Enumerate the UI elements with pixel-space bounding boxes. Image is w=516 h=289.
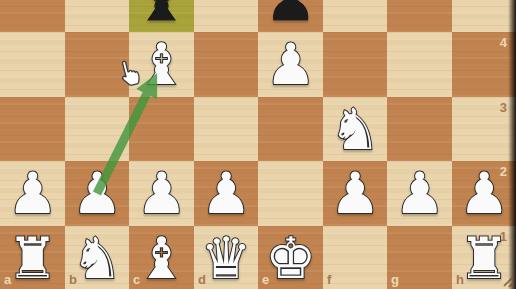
square-b2[interactable] xyxy=(65,161,129,226)
square-a2[interactable] xyxy=(0,161,65,226)
square-f3[interactable] xyxy=(323,97,387,161)
square-b5[interactable] xyxy=(65,0,129,32)
square-f4[interactable] xyxy=(323,32,387,97)
resize-handle-icon[interactable] xyxy=(501,274,515,288)
square-c3[interactable] xyxy=(129,97,194,161)
square-d3[interactable] xyxy=(194,97,258,161)
square-e1[interactable] xyxy=(258,226,323,289)
square-d1[interactable] xyxy=(194,226,258,289)
square-c1[interactable] xyxy=(129,226,194,289)
square-f5[interactable] xyxy=(323,0,387,32)
square-e2[interactable] xyxy=(258,161,323,226)
square-h4[interactable] xyxy=(452,32,516,97)
square-g5[interactable] xyxy=(387,0,452,32)
square-f1[interactable] xyxy=(323,226,387,289)
square-a4[interactable] xyxy=(0,32,65,97)
square-g1[interactable] xyxy=(387,226,452,289)
square-a1[interactable] xyxy=(0,226,65,289)
square-d4[interactable] xyxy=(194,32,258,97)
square-a3[interactable] xyxy=(0,97,65,161)
square-a5[interactable] xyxy=(0,0,65,32)
square-g3[interactable] xyxy=(387,97,452,161)
square-d5[interactable] xyxy=(194,0,258,32)
square-c4[interactable] xyxy=(129,32,194,97)
square-d2[interactable] xyxy=(194,161,258,226)
square-e3[interactable] xyxy=(258,97,323,161)
square-c5[interactable] xyxy=(129,0,194,32)
square-b3[interactable] xyxy=(65,97,129,161)
square-h5[interactable] xyxy=(452,0,516,32)
square-h2[interactable] xyxy=(452,161,516,226)
square-g2[interactable] xyxy=(387,161,452,226)
square-g4[interactable] xyxy=(387,32,452,97)
square-b4[interactable] xyxy=(65,32,129,97)
square-e5[interactable] xyxy=(258,0,323,32)
square-f2[interactable] xyxy=(323,161,387,226)
square-h3[interactable] xyxy=(452,97,516,161)
square-c2[interactable] xyxy=(129,161,194,226)
square-b1[interactable] xyxy=(65,226,129,289)
chess-board[interactable]: 432abcdefgh1♝♟♝♟♞♟♟♟♟♟♟♟♜♞♝♛♚♜ xyxy=(0,0,516,289)
square-e4[interactable] xyxy=(258,32,323,97)
